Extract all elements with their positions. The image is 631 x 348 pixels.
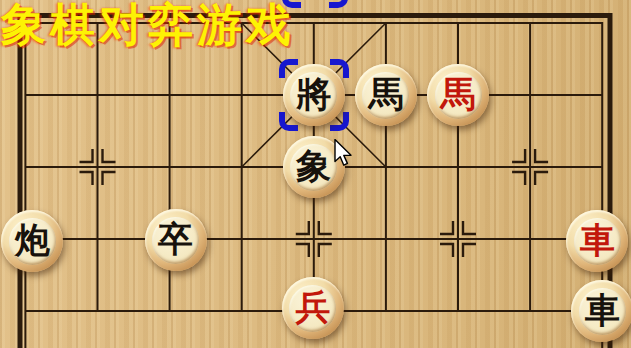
- mouse-cursor: [334, 139, 356, 169]
- piece-black-soldier[interactable]: 卒: [145, 209, 207, 271]
- piece-black-chariot[interactable]: 車: [571, 280, 631, 342]
- piece-face: 馬: [435, 72, 482, 119]
- bracket-corner: [329, 0, 348, 8]
- piece-label: 兵: [295, 290, 330, 325]
- piece-black-general[interactable]: 將: [283, 64, 345, 126]
- xiangqi-board[interactable]: 象棋对弈游戏 將馬馬象炮卒車兵車: [0, 0, 631, 348]
- piece-red-horse[interactable]: 馬: [427, 64, 489, 126]
- piece-face: 炮: [9, 218, 56, 265]
- piece-label: 馬: [441, 77, 476, 112]
- piece-face: 兵: [289, 285, 336, 332]
- piece-label: 車: [580, 223, 615, 258]
- piece-face: 車: [574, 218, 621, 265]
- piece-face: 車: [579, 288, 626, 335]
- piece-face: 馬: [362, 72, 409, 119]
- piece-label: 象: [296, 149, 331, 184]
- piece-face: 象: [290, 144, 337, 191]
- piece-red-soldier[interactable]: 兵: [282, 277, 344, 339]
- piece-black-cannon[interactable]: 炮: [1, 210, 63, 272]
- bracket-corner: [282, 0, 301, 8]
- piece-red-chariot[interactable]: 車: [566, 210, 628, 272]
- piece-face: 卒: [152, 217, 199, 264]
- selection-bracket-clipped-top: [282, 0, 348, 8]
- game-title: 象棋对弈游戏: [1, 2, 295, 47]
- piece-label: 馬: [368, 77, 403, 112]
- piece-face: 將: [290, 72, 337, 119]
- piece-label: 將: [296, 77, 331, 112]
- piece-label: 卒: [158, 222, 193, 257]
- piece-label: 炮: [15, 223, 50, 258]
- piece-label: 車: [585, 293, 620, 328]
- piece-black-horse[interactable]: 馬: [355, 64, 417, 126]
